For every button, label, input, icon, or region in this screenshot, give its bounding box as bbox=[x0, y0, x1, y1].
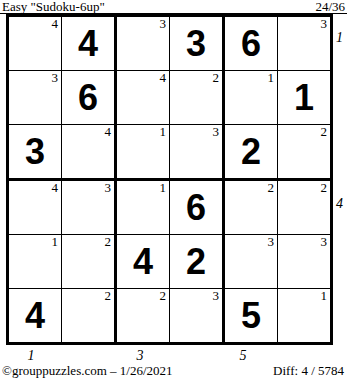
cell-r1c4[interactable]: 3 bbox=[170, 17, 225, 71]
given-digit: 1 bbox=[294, 80, 314, 116]
corner-mark: 2 bbox=[105, 235, 112, 249]
difficulty-text: Diff: 4 / 5784 bbox=[273, 364, 344, 378]
page-header: Easy "Sudoku-6up" 24/36 bbox=[2, 0, 345, 13]
cell-r6c2[interactable]: 2 bbox=[62, 289, 117, 342]
cell-r3c5[interactable]: 2 bbox=[225, 125, 278, 181]
corner-mark: 2 bbox=[321, 125, 328, 139]
corner-mark: 3 bbox=[160, 17, 167, 31]
cell-r6c1[interactable]: 4 bbox=[9, 289, 62, 342]
page-footer: ©grouppuzzles.com – 1/26/2021 Diff: 4 / … bbox=[2, 364, 344, 378]
corner-mark: 1 bbox=[268, 71, 275, 85]
cell-r5c6[interactable]: 3 bbox=[278, 235, 330, 289]
cell-r2c6[interactable]: 1 bbox=[278, 71, 330, 125]
cell-r3c6[interactable]: 2 bbox=[278, 125, 330, 181]
cell-r4c4[interactable]: 6 bbox=[170, 181, 225, 235]
cell-r4c2[interactable]: 3 bbox=[62, 181, 117, 235]
col-label-1: 1 bbox=[21, 349, 41, 363]
corner-mark: 3 bbox=[321, 17, 328, 31]
cell-r6c6[interactable]: 1 bbox=[278, 289, 330, 342]
cell-r5c2[interactable]: 2 bbox=[62, 235, 117, 289]
cell-r5c4[interactable]: 2 bbox=[170, 235, 225, 289]
cell-r4c6[interactable]: 2 bbox=[278, 181, 330, 235]
copyright-text: ©grouppuzzles.com – 1/26/2021 bbox=[2, 364, 173, 378]
corner-mark: 1 bbox=[321, 289, 328, 303]
cell-r2c2[interactable]: 6 bbox=[62, 71, 117, 125]
cell-r4c5[interactable]: 2 bbox=[225, 181, 278, 235]
corner-mark: 1 bbox=[160, 181, 167, 195]
puzzle-page: Easy "Sudoku-6up" 24/36 4433633642113413… bbox=[0, 0, 347, 381]
cell-r5c3[interactable]: 4 bbox=[117, 235, 170, 289]
corner-mark: 3 bbox=[52, 71, 59, 85]
corner-mark: 4 bbox=[52, 17, 59, 31]
given-digit: 4 bbox=[78, 26, 98, 62]
cell-r5c5[interactable]: 3 bbox=[225, 235, 278, 289]
cell-r2c5[interactable]: 1 bbox=[225, 71, 278, 125]
cell-r3c4[interactable]: 3 bbox=[170, 125, 225, 181]
corner-mark: 3 bbox=[213, 125, 220, 139]
given-digit: 3 bbox=[25, 134, 45, 170]
cell-r4c1[interactable]: 4 bbox=[9, 181, 62, 235]
cell-r3c2[interactable]: 4 bbox=[62, 125, 117, 181]
cell-r1c3[interactable]: 3 bbox=[117, 17, 170, 71]
cell-r3c1[interactable]: 3 bbox=[9, 125, 62, 181]
given-digit: 2 bbox=[241, 134, 261, 170]
corner-mark: 2 bbox=[213, 71, 220, 85]
cell-r5c1[interactable]: 1 bbox=[9, 235, 62, 289]
corner-mark: 2 bbox=[321, 181, 328, 195]
given-digit: 4 bbox=[25, 298, 45, 334]
row-label-4: 4 bbox=[336, 197, 347, 211]
cell-r6c3[interactable]: 2 bbox=[117, 289, 170, 342]
cell-r6c4[interactable]: 3 bbox=[170, 289, 225, 342]
cell-r1c2[interactable]: 4 bbox=[62, 17, 117, 71]
corner-mark: 4 bbox=[160, 71, 167, 85]
corner-mark: 3 bbox=[213, 289, 220, 303]
given-digit: 6 bbox=[241, 26, 261, 62]
cell-r1c6[interactable]: 3 bbox=[278, 17, 330, 71]
given-digit: 6 bbox=[186, 190, 206, 226]
corner-mark: 3 bbox=[321, 235, 328, 249]
cell-r4c3[interactable]: 1 bbox=[117, 181, 170, 235]
sudoku-board: 443363364211341322431622124233422351 bbox=[6, 14, 333, 345]
corner-mark: 1 bbox=[160, 125, 167, 139]
progress-counter: 24/36 bbox=[315, 0, 345, 13]
given-digit: 2 bbox=[186, 244, 206, 280]
cell-r1c1[interactable]: 4 bbox=[9, 17, 62, 71]
cell-r2c3[interactable]: 4 bbox=[117, 71, 170, 125]
corner-mark: 2 bbox=[105, 289, 112, 303]
corner-mark: 4 bbox=[52, 181, 59, 195]
given-digit: 6 bbox=[78, 80, 98, 116]
cell-r2c1[interactable]: 3 bbox=[9, 71, 62, 125]
corner-mark: 3 bbox=[105, 181, 112, 195]
page-title: Easy "Sudoku-6up" bbox=[2, 0, 105, 13]
col-label-5: 5 bbox=[233, 349, 253, 363]
row-label-1: 1 bbox=[336, 31, 347, 45]
cell-r2c4[interactable]: 2 bbox=[170, 71, 225, 125]
given-digit: 5 bbox=[241, 298, 261, 334]
cell-r1c5[interactable]: 6 bbox=[225, 17, 278, 71]
cell-r6c5[interactable]: 5 bbox=[225, 289, 278, 342]
corner-mark: 3 bbox=[268, 235, 275, 249]
given-digit: 4 bbox=[133, 244, 153, 280]
corner-mark: 2 bbox=[160, 289, 167, 303]
corner-mark: 1 bbox=[52, 235, 59, 249]
corner-mark: 2 bbox=[268, 181, 275, 195]
given-digit: 3 bbox=[186, 26, 206, 62]
col-label-3: 3 bbox=[130, 349, 150, 363]
corner-mark: 4 bbox=[105, 125, 112, 139]
cell-r3c3[interactable]: 1 bbox=[117, 125, 170, 181]
